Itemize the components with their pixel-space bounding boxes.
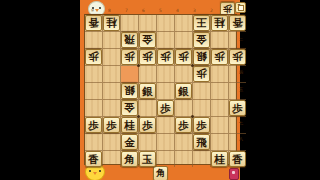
piece-white-王[interactable]: 王	[193, 15, 210, 31]
square-7h[interactable]: 金	[121, 134, 139, 151]
square-4b[interactable]	[175, 32, 193, 49]
piece-black-歩[interactable]: 歩	[175, 117, 192, 133]
piece-white-桂[interactable]: 桂	[103, 15, 120, 31]
piece-black-桂[interactable]: 桂	[211, 151, 228, 167]
square-6a[interactable]	[139, 15, 157, 32]
square-1d[interactable]	[229, 66, 246, 83]
square-2c[interactable]: 歩	[211, 49, 229, 66]
piece-black-金[interactable]: 金	[121, 134, 138, 150]
file-labels: 987654321	[84, 8, 237, 13]
square-7c[interactable]: 歩	[121, 49, 139, 66]
square-2h[interactable]	[211, 134, 229, 151]
square-9c[interactable]: 歩	[85, 49, 103, 66]
shogi-board[interactable]: 香桂王桂香飛金金歩歩歩歩歩銀歩歩歩銀銀銀金歩歩歩歩桂歩歩歩金飛香角玉桂香	[84, 14, 237, 165]
square-9f[interactable]	[85, 100, 103, 117]
square-3c[interactable]: 銀	[193, 49, 211, 66]
file-label: 9	[84, 8, 101, 13]
player-captured-bishop-tile[interactable]: 角	[153, 166, 168, 180]
square-7f[interactable]: 金	[121, 100, 139, 117]
square-9d[interactable]	[85, 66, 103, 83]
square-6f[interactable]	[139, 100, 157, 117]
square-1h[interactable]	[229, 134, 246, 151]
square-6h[interactable]	[139, 134, 157, 151]
mini-tile-icon	[238, 5, 244, 11]
square-3h[interactable]: 飛	[193, 134, 211, 151]
game-area: 歩 1 987654321 一二三四五六七八九 香桂王桂香飛金金歩歩歩歩歩銀歩歩…	[80, 0, 240, 180]
square-7g[interactable]: 桂	[121, 117, 139, 134]
square-7b[interactable]: 飛	[121, 32, 139, 49]
piece-black-歩[interactable]: 歩	[139, 117, 156, 133]
avatar-eye	[99, 170, 101, 172]
square-2g[interactable]	[211, 117, 229, 134]
square-2d[interactable]	[211, 66, 229, 83]
file-label: 6	[135, 8, 152, 13]
square-5f[interactable]: 歩	[157, 100, 175, 117]
red-action-button[interactable]	[229, 168, 239, 180]
square-6b[interactable]: 金	[139, 32, 157, 49]
square-2e[interactable]	[211, 83, 229, 100]
square-4f[interactable]	[175, 100, 193, 117]
file-label: 2	[203, 8, 220, 13]
piece-white-香[interactable]: 香	[229, 15, 246, 31]
square-1f[interactable]: 歩	[229, 100, 246, 117]
piece-black-歩[interactable]: 歩	[193, 117, 210, 133]
square-7i[interactable]: 角	[121, 151, 139, 167]
square-2i[interactable]: 桂	[211, 151, 229, 167]
square-5i[interactable]	[157, 151, 175, 167]
square-1a[interactable]: 香	[229, 15, 246, 32]
square-9g[interactable]: 歩	[85, 117, 103, 134]
avatar-beak-icon	[93, 172, 97, 175]
square-8b[interactable]	[103, 32, 121, 49]
square-9a[interactable]: 香	[85, 15, 103, 32]
piece-white-歩[interactable]: 歩	[175, 49, 192, 65]
avatar-eye	[89, 170, 91, 172]
app-screen: 歩 1 987654321 一二三四五六七八九 香桂王桂香飛金金歩歩歩歩歩銀歩歩…	[0, 0, 320, 180]
piece-black-歩[interactable]: 歩	[85, 117, 102, 133]
square-3d[interactable]: 歩	[193, 66, 211, 83]
square-8i[interactable]	[103, 151, 121, 167]
square-1g[interactable]	[229, 117, 246, 134]
piece-black-香[interactable]: 香	[85, 151, 102, 167]
square-3b[interactable]: 金	[193, 32, 211, 49]
square-4d[interactable]	[175, 66, 193, 83]
square-3i[interactable]	[193, 151, 211, 167]
piece-black-歩[interactable]: 歩	[103, 117, 120, 133]
piece-white-歩[interactable]: 歩	[229, 49, 246, 65]
piece-black-玉[interactable]: 玉	[139, 151, 156, 167]
square-3a[interactable]: 王	[193, 15, 211, 32]
square-7d[interactable]	[121, 66, 139, 83]
square-4h[interactable]	[175, 134, 193, 151]
piece-black-桂[interactable]: 桂	[121, 117, 138, 133]
square-8g[interactable]: 歩	[103, 117, 121, 134]
square-5a[interactable]	[157, 15, 175, 32]
square-8d[interactable]	[103, 66, 121, 83]
square-2b[interactable]	[211, 32, 229, 49]
square-5h[interactable]	[157, 134, 175, 151]
piece-white-金[interactable]: 金	[193, 32, 210, 48]
piece-white-歩[interactable]: 歩	[121, 49, 138, 65]
file-label: 8	[101, 8, 118, 13]
square-5c[interactable]: 歩	[157, 49, 175, 66]
square-3e[interactable]	[193, 83, 211, 100]
file-label: 7	[118, 8, 135, 13]
square-5g[interactable]	[157, 117, 175, 134]
piece-white-銀[interactable]: 銀	[193, 49, 210, 65]
square-5d[interactable]	[157, 66, 175, 83]
file-label: 4	[169, 8, 186, 13]
piece-white-金[interactable]: 金	[121, 100, 138, 116]
piece-white-香[interactable]: 香	[85, 15, 102, 31]
square-1i[interactable]: 香	[229, 151, 246, 167]
square-4i[interactable]	[175, 151, 193, 167]
square-5e[interactable]	[157, 83, 175, 100]
piece-white-金[interactable]: 金	[139, 32, 156, 48]
square-2f[interactable]	[211, 100, 229, 117]
square-8e[interactable]	[103, 83, 121, 100]
piece-black-角[interactable]: 角	[121, 151, 138, 167]
square-9b[interactable]	[85, 32, 103, 49]
piece-black-歩[interactable]: 歩	[157, 100, 174, 116]
piece-white-銀[interactable]: 銀	[121, 83, 138, 99]
square-6c[interactable]: 歩	[139, 49, 157, 66]
piece-white-飛[interactable]: 飛	[121, 32, 138, 48]
square-1b[interactable]	[229, 32, 246, 49]
square-1c[interactable]: 歩	[229, 49, 246, 66]
file-label: 3	[186, 8, 203, 13]
file-label: 1	[220, 8, 237, 13]
file-label: 5	[152, 8, 169, 13]
square-8f[interactable]	[103, 100, 121, 117]
square-7a[interactable]	[121, 15, 139, 32]
square-7e[interactable]: 銀	[121, 83, 139, 100]
square-9e[interactable]	[85, 83, 103, 100]
square-4a[interactable]	[175, 15, 193, 32]
square-4e[interactable]: 銀	[175, 83, 193, 100]
square-1e[interactable]	[229, 83, 246, 100]
piece-black-香[interactable]: 香	[229, 151, 246, 167]
square-9i[interactable]: 香	[85, 151, 103, 167]
piece-white-歩[interactable]: 歩	[157, 49, 174, 65]
square-6g[interactable]: 歩	[139, 117, 157, 134]
piece-white-歩[interactable]: 歩	[211, 49, 228, 65]
piece-white-桂[interactable]: 桂	[211, 15, 228, 31]
piece-black-銀[interactable]: 銀	[175, 83, 192, 99]
square-8h[interactable]	[103, 134, 121, 151]
piece-black-飛[interactable]: 飛	[193, 134, 210, 150]
square-8c[interactable]	[103, 49, 121, 66]
square-9h[interactable]	[85, 134, 103, 151]
piece-white-歩[interactable]: 歩	[193, 66, 210, 82]
square-4c[interactable]: 歩	[175, 49, 193, 66]
square-3g[interactable]: 歩	[193, 117, 211, 134]
piece-white-歩[interactable]: 歩	[85, 49, 102, 65]
square-8a[interactable]: 桂	[103, 15, 121, 32]
square-6d[interactable]	[139, 66, 157, 83]
square-6i[interactable]: 玉	[139, 151, 157, 167]
piece-black-歩[interactable]: 歩	[229, 100, 246, 116]
square-6e[interactable]: 銀	[139, 83, 157, 100]
square-2a[interactable]: 桂	[211, 15, 229, 32]
piece-white-歩[interactable]: 歩	[139, 49, 156, 65]
square-5b[interactable]	[157, 32, 175, 49]
square-4g[interactable]: 歩	[175, 117, 193, 134]
piece-black-銀[interactable]: 銀	[139, 83, 156, 99]
square-3f[interactable]	[193, 100, 211, 117]
